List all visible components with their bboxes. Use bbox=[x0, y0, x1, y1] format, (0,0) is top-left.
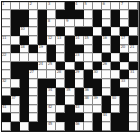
cell-r10c13 bbox=[111, 79, 120, 88]
cell-r7c11[interactable] bbox=[93, 53, 102, 62]
clue-number: 45 bbox=[48, 122, 52, 126]
clue-number: 36 bbox=[84, 88, 88, 92]
cell-r14c3 bbox=[20, 113, 29, 122]
cell-r14c9 bbox=[75, 113, 84, 122]
cell-r10c15[interactable] bbox=[129, 79, 138, 88]
clue-number: 17 bbox=[121, 36, 125, 40]
cell-r5c13 bbox=[111, 36, 120, 45]
cell-r6c10[interactable] bbox=[84, 45, 93, 54]
cell-r12c10[interactable]: 38 bbox=[84, 96, 93, 105]
cell-r1c13[interactable] bbox=[111, 2, 120, 11]
cell-r7c2[interactable] bbox=[11, 53, 20, 62]
cell-r13c9[interactable]: 43 bbox=[75, 105, 84, 114]
cell-r6c4 bbox=[29, 45, 38, 54]
cell-r6c5[interactable]: 19 bbox=[38, 45, 47, 54]
cell-r6c12[interactable] bbox=[102, 45, 111, 54]
cell-r5c8 bbox=[65, 36, 74, 45]
cell-r7c5[interactable] bbox=[38, 53, 47, 62]
cell-r1c3[interactable] bbox=[20, 2, 29, 11]
cell-r1c11[interactable] bbox=[93, 2, 102, 11]
cell-r2c15 bbox=[129, 10, 138, 19]
cell-r1c6[interactable]: 3 bbox=[47, 2, 56, 11]
cell-r2c5 bbox=[38, 10, 47, 19]
cell-r3c14[interactable] bbox=[120, 19, 129, 28]
cell-r4c1[interactable] bbox=[2, 27, 11, 36]
cell-r9c6[interactable] bbox=[47, 70, 56, 79]
cell-r9c12[interactable] bbox=[102, 70, 111, 79]
cell-r5c11 bbox=[93, 36, 102, 45]
cell-r11c7 bbox=[56, 88, 65, 97]
clue-number: 3 bbox=[48, 2, 50, 6]
cell-r14c13 bbox=[111, 113, 120, 122]
cell-r4c5 bbox=[38, 27, 47, 36]
cell-r5c3 bbox=[20, 36, 29, 45]
cell-r10c12[interactable] bbox=[102, 79, 111, 88]
cell-r14c11 bbox=[93, 113, 102, 122]
cell-r8c6[interactable]: 25 bbox=[47, 62, 56, 71]
cell-r5c15 bbox=[129, 36, 138, 45]
cell-r4c6[interactable] bbox=[47, 27, 56, 36]
cell-r1c4[interactable]: 2 bbox=[29, 2, 38, 11]
cell-r15c14 bbox=[120, 122, 129, 131]
clue-number: 30 bbox=[93, 70, 97, 74]
cell-r8c9 bbox=[75, 62, 84, 71]
clue-number: 31 bbox=[130, 70, 134, 74]
cell-r2c11 bbox=[93, 10, 102, 19]
cell-r3c13 bbox=[111, 19, 120, 28]
cell-r1c15[interactable] bbox=[129, 2, 138, 11]
clue-number: 20 bbox=[121, 45, 125, 49]
cell-r12c5 bbox=[38, 96, 47, 105]
clue-number: 46 bbox=[75, 122, 79, 126]
cell-r5c5 bbox=[38, 36, 47, 45]
cell-r14c5 bbox=[38, 113, 47, 122]
cell-r7c8 bbox=[65, 53, 74, 62]
cell-r6c2 bbox=[11, 45, 20, 54]
cell-r5c6[interactable]: 12 bbox=[47, 36, 56, 45]
cell-r4c7 bbox=[56, 27, 65, 36]
clue-number: 10 bbox=[20, 27, 24, 31]
clue-number: 25 bbox=[48, 62, 52, 66]
cell-r13c1[interactable]: 41 bbox=[2, 105, 11, 114]
cell-r10c1[interactable]: 32 bbox=[2, 79, 11, 88]
clue-number: 5 bbox=[84, 2, 86, 6]
cell-r9c7[interactable]: 28 bbox=[56, 70, 65, 79]
cell-r12c11[interactable]: 39 bbox=[93, 96, 102, 105]
cell-r9c11[interactable]: 30 bbox=[93, 70, 102, 79]
cell-r8c10[interactable] bbox=[84, 62, 93, 71]
cell-r1c1[interactable]: 1 bbox=[2, 2, 11, 11]
cell-r8c14[interactable] bbox=[120, 62, 129, 71]
cell-r6c11 bbox=[93, 45, 102, 54]
cell-r15c2 bbox=[11, 122, 20, 131]
cell-r10c10 bbox=[84, 79, 93, 88]
cell-r9c13[interactable] bbox=[111, 70, 120, 79]
cell-r11c6[interactable]: 34 bbox=[47, 88, 56, 97]
cell-r15c15[interactable] bbox=[129, 122, 138, 131]
cell-r2c10[interactable] bbox=[84, 10, 93, 19]
clue-number: 35 bbox=[66, 88, 70, 92]
cell-r5c12[interactable]: 16 bbox=[102, 36, 111, 45]
cell-r1c10[interactable]: 5 bbox=[84, 2, 93, 11]
cell-r9c5[interactable] bbox=[38, 70, 47, 79]
cell-r9c14 bbox=[120, 70, 129, 79]
cell-r8c7 bbox=[56, 62, 65, 71]
cell-r13c11[interactable] bbox=[93, 105, 102, 114]
cell-r5c9[interactable]: 14 bbox=[75, 36, 84, 45]
cell-r13c15[interactable] bbox=[129, 105, 138, 114]
cell-r8c2 bbox=[11, 62, 20, 71]
cell-r9c10 bbox=[84, 70, 93, 79]
cell-r10c8 bbox=[65, 79, 74, 88]
cell-r14c12[interactable]: 44 bbox=[102, 113, 111, 122]
clue-number: 24 bbox=[39, 62, 43, 66]
clue-number: 12 bbox=[48, 36, 52, 40]
cell-r7c7[interactable] bbox=[56, 53, 65, 62]
cell-r8c15 bbox=[129, 62, 138, 71]
cell-r4c12 bbox=[102, 27, 111, 36]
cell-r11c14 bbox=[120, 88, 129, 97]
cell-r7c10[interactable] bbox=[84, 53, 93, 62]
clue-number: 9 bbox=[66, 19, 68, 23]
cell-r14c4[interactable] bbox=[29, 113, 38, 122]
clue-number: 34 bbox=[48, 88, 52, 92]
cell-r11c9 bbox=[75, 88, 84, 97]
cell-r12c6[interactable] bbox=[47, 96, 56, 105]
cell-r10c2[interactable] bbox=[11, 79, 20, 88]
clue-number: 28 bbox=[57, 70, 61, 74]
cell-r7c12 bbox=[102, 53, 111, 62]
cell-r14c1 bbox=[2, 113, 11, 122]
cell-r11c2 bbox=[11, 88, 20, 97]
cell-r15c7[interactable] bbox=[56, 122, 65, 131]
cell-r9c4[interactable]: 27 bbox=[29, 70, 38, 79]
cell-r10c5 bbox=[38, 79, 47, 88]
clue-number: 2 bbox=[29, 2, 31, 6]
clue-number: 33 bbox=[121, 79, 125, 83]
cell-r15c13 bbox=[111, 122, 120, 131]
cell-r4c4[interactable] bbox=[29, 27, 38, 36]
cell-r12c12 bbox=[102, 96, 111, 105]
cell-r10c7[interactable] bbox=[56, 79, 65, 88]
cell-r14c2[interactable] bbox=[11, 113, 20, 122]
cell-r3c2 bbox=[11, 19, 20, 28]
clue-number: 41 bbox=[2, 105, 6, 109]
cell-r2c9 bbox=[75, 10, 84, 19]
cell-r9c1[interactable] bbox=[2, 70, 11, 79]
cell-r15c4 bbox=[29, 122, 38, 131]
cell-r8c5[interactable]: 24 bbox=[38, 62, 47, 71]
clue-number: 4 bbox=[75, 2, 77, 6]
cell-r10c9[interactable] bbox=[75, 79, 84, 88]
cell-r3c5 bbox=[38, 19, 47, 28]
cell-r11c13 bbox=[111, 88, 120, 97]
cell-r13c7[interactable] bbox=[56, 105, 65, 114]
cell-r15c5 bbox=[38, 122, 47, 131]
cell-r15c1[interactable] bbox=[2, 122, 11, 131]
cell-r6c9 bbox=[75, 45, 84, 54]
cell-r10c11 bbox=[93, 79, 102, 88]
cell-r9c2 bbox=[11, 70, 20, 79]
clue-number: 23 bbox=[75, 53, 79, 57]
clue-number: 8 bbox=[48, 19, 50, 23]
cell-r6c6 bbox=[47, 45, 56, 54]
cell-r4c10 bbox=[84, 27, 93, 36]
cell-r11c4[interactable] bbox=[29, 88, 38, 97]
cell-r6c7[interactable] bbox=[56, 45, 65, 54]
cell-r2c8 bbox=[65, 10, 74, 19]
cell-r15c11 bbox=[93, 122, 102, 131]
cell-r8c4 bbox=[29, 62, 38, 71]
cell-r11c12[interactable] bbox=[102, 88, 111, 97]
cell-r12c4[interactable] bbox=[29, 96, 38, 105]
clue-number: 13 bbox=[57, 36, 61, 40]
clue-number: 14 bbox=[75, 36, 79, 40]
cell-r7c1[interactable]: 22 bbox=[2, 53, 11, 62]
clue-number: 21 bbox=[130, 45, 134, 49]
cell-r2c6[interactable] bbox=[47, 10, 56, 19]
cell-r3c6[interactable]: 8 bbox=[47, 19, 56, 28]
cell-r3c11 bbox=[93, 19, 102, 28]
cell-r11c10[interactable]: 36 bbox=[84, 88, 93, 97]
cell-r4c8[interactable] bbox=[65, 27, 74, 36]
cell-r2c2 bbox=[11, 10, 20, 19]
cell-r4c15[interactable] bbox=[129, 27, 138, 36]
cell-r3c7[interactable] bbox=[56, 19, 65, 28]
cell-r6c3[interactable]: 18 bbox=[20, 45, 29, 54]
cell-r14c15[interactable] bbox=[129, 113, 138, 122]
cell-r1c5[interactable] bbox=[38, 2, 47, 11]
cell-r2c13 bbox=[111, 10, 120, 19]
cell-r11c5 bbox=[38, 88, 47, 97]
cell-r7c9[interactable]: 23 bbox=[75, 53, 84, 62]
cell-r6c8 bbox=[65, 45, 74, 54]
clue-number: 37 bbox=[11, 96, 15, 100]
cell-r11c3 bbox=[20, 88, 29, 97]
cell-r12c7 bbox=[56, 96, 65, 105]
clue-number: 6 bbox=[102, 2, 104, 6]
clue-number: 32 bbox=[2, 79, 6, 83]
cell-r2c7 bbox=[56, 10, 65, 19]
cell-r4c13[interactable] bbox=[111, 27, 120, 36]
cell-r3c4[interactable] bbox=[29, 19, 38, 28]
cell-r11c11 bbox=[93, 88, 102, 97]
cell-r13c4[interactable] bbox=[29, 105, 38, 114]
cell-r3c15 bbox=[129, 19, 138, 28]
cell-r10c3 bbox=[20, 79, 29, 88]
cell-r1c8 bbox=[65, 2, 74, 11]
cell-r5c4[interactable] bbox=[29, 36, 38, 45]
cell-r13c13[interactable] bbox=[111, 105, 120, 114]
cell-r3c10[interactable] bbox=[84, 19, 93, 28]
cell-r8c12[interactable]: 26 bbox=[102, 62, 111, 71]
cell-r15c8 bbox=[65, 122, 74, 131]
cell-r8c1[interactable] bbox=[2, 62, 11, 71]
cell-r7c14 bbox=[120, 53, 129, 62]
cell-r1c14[interactable]: 7 bbox=[120, 2, 129, 11]
cell-r7c6 bbox=[47, 53, 56, 62]
cell-r10c4[interactable] bbox=[29, 79, 38, 88]
cell-r8c8[interactable] bbox=[65, 62, 74, 71]
cell-r9c8 bbox=[65, 70, 74, 79]
cell-r5c14[interactable]: 17 bbox=[120, 36, 129, 45]
cell-r12c14 bbox=[120, 96, 129, 105]
clue-number: 38 bbox=[84, 96, 88, 100]
cell-r4c11[interactable] bbox=[93, 27, 102, 36]
cell-r12c3 bbox=[20, 96, 29, 105]
clue-number: 43 bbox=[75, 105, 79, 109]
cell-r3c3 bbox=[20, 19, 29, 28]
clue-number: 40 bbox=[112, 96, 116, 100]
cell-r1c7[interactable] bbox=[56, 2, 65, 11]
cell-r6c13 bbox=[111, 45, 120, 54]
cell-r5c7[interactable]: 13 bbox=[56, 36, 65, 45]
cell-r5c2[interactable] bbox=[11, 36, 20, 45]
clue-number: 42 bbox=[48, 105, 52, 109]
cell-r13c2[interactable] bbox=[11, 105, 20, 114]
clue-number: 7 bbox=[121, 2, 123, 6]
clue-number: 29 bbox=[75, 70, 79, 74]
clue-number: 22 bbox=[2, 53, 6, 57]
cell-r5c10[interactable]: 15 bbox=[84, 36, 93, 45]
cell-r7c15[interactable] bbox=[129, 53, 138, 62]
cell-r12c2[interactable]: 37 bbox=[11, 96, 20, 105]
clue-number: 26 bbox=[102, 62, 106, 66]
cell-r4c3[interactable]: 10 bbox=[20, 27, 29, 36]
cell-r15c12[interactable] bbox=[102, 122, 111, 131]
cell-r3c12[interactable] bbox=[102, 19, 111, 28]
cell-r12c1 bbox=[2, 96, 11, 105]
cell-r12c9 bbox=[75, 96, 84, 105]
cell-r1c12[interactable]: 6 bbox=[102, 2, 111, 11]
cell-r3c9[interactable] bbox=[75, 19, 84, 28]
cell-r14c6[interactable] bbox=[47, 113, 56, 122]
cell-r2c14[interactable] bbox=[120, 10, 129, 19]
cell-r2c12[interactable] bbox=[102, 10, 111, 19]
cell-r6c15[interactable]: 21 bbox=[129, 45, 138, 54]
cell-r6c14[interactable]: 20 bbox=[120, 45, 129, 54]
cell-r14c14 bbox=[120, 113, 129, 122]
crossword-board: 1234567891011121314151617181920212223242… bbox=[0, 0, 140, 132]
crossword-grid: 1234567891011121314151617181920212223242… bbox=[1, 1, 140, 132]
cell-r2c3 bbox=[20, 10, 29, 19]
cell-r14c8 bbox=[65, 113, 74, 122]
cell-r15c6[interactable]: 45 bbox=[47, 122, 56, 131]
clue-number: 44 bbox=[102, 113, 106, 117]
cell-r8c3 bbox=[20, 62, 29, 71]
clue-number: 39 bbox=[93, 96, 97, 100]
cell-r2c1[interactable] bbox=[2, 10, 11, 19]
cell-r4c9 bbox=[75, 27, 84, 36]
cell-r7c13[interactable] bbox=[111, 53, 120, 62]
cell-r12c8[interactable] bbox=[65, 96, 74, 105]
cell-r9c15[interactable]: 31 bbox=[129, 70, 138, 79]
cell-r4c14 bbox=[120, 27, 129, 36]
clue-number: 27 bbox=[29, 70, 33, 74]
cell-r2c4[interactable] bbox=[29, 10, 38, 19]
cell-r9c9[interactable]: 29 bbox=[75, 70, 84, 79]
cell-r13c12 bbox=[102, 105, 111, 114]
cell-r12c15[interactable] bbox=[129, 96, 138, 105]
cell-r11c15[interactable] bbox=[129, 88, 138, 97]
cell-r11c1[interactable] bbox=[2, 88, 11, 97]
cell-r3c8[interactable]: 9 bbox=[65, 19, 74, 28]
clue-number: 18 bbox=[20, 45, 24, 49]
clue-number: 16 bbox=[102, 36, 106, 40]
cell-r7c3[interactable] bbox=[20, 53, 29, 62]
cell-r3c1[interactable] bbox=[2, 19, 11, 28]
cell-r6c1[interactable] bbox=[2, 45, 11, 54]
cell-r13c8 bbox=[65, 105, 74, 114]
cell-r1c2[interactable] bbox=[11, 2, 20, 11]
cell-r13c5 bbox=[38, 105, 47, 114]
clue-number: 1 bbox=[2, 2, 4, 6]
cell-r5c1[interactable]: 11 bbox=[2, 36, 11, 45]
cell-r14c7 bbox=[56, 113, 65, 122]
cell-r13c3 bbox=[20, 105, 29, 114]
cell-r15c10[interactable] bbox=[84, 122, 93, 131]
cell-r15c3[interactable] bbox=[20, 122, 29, 131]
cell-r8c11 bbox=[93, 62, 102, 71]
cell-r1c9[interactable]: 4 bbox=[75, 2, 84, 11]
cell-r14c10[interactable] bbox=[84, 113, 93, 122]
cell-r8c13 bbox=[111, 62, 120, 71]
cell-r11c8[interactable]: 35 bbox=[65, 88, 74, 97]
cell-r4c2 bbox=[11, 27, 20, 36]
clue-number: 19 bbox=[39, 45, 43, 49]
cell-r13c6[interactable]: 42 bbox=[47, 105, 56, 114]
cell-r13c14 bbox=[120, 105, 129, 114]
cell-r7c4[interactable] bbox=[29, 53, 38, 62]
cell-r13c10[interactable] bbox=[84, 105, 93, 114]
cell-r15c9[interactable]: 46 bbox=[75, 122, 84, 131]
cell-r10c6 bbox=[47, 79, 56, 88]
cell-r12c13[interactable]: 40 bbox=[111, 96, 120, 105]
clue-number: 15 bbox=[84, 36, 88, 40]
clue-number: 11 bbox=[2, 36, 6, 40]
cell-r10c14[interactable]: 33 bbox=[120, 79, 129, 88]
cell-r9c3 bbox=[20, 70, 29, 79]
